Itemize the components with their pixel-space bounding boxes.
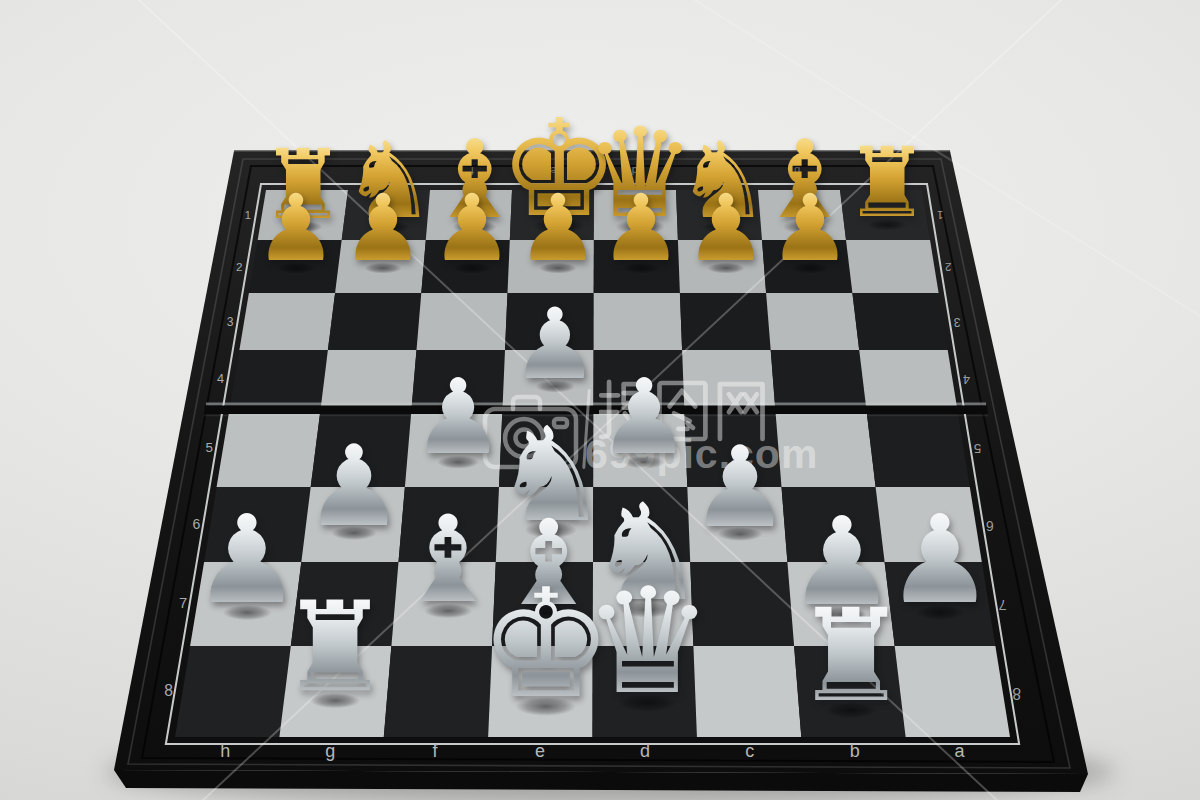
rook-glyph: ♜ (794, 595, 909, 717)
pawn-glyph: ♟ (304, 433, 404, 539)
piece-c2-gold-pawn: ♟ (685, 185, 767, 272)
piece-g2-gold-pawn: ♟ (342, 185, 424, 272)
piece-f5-silver-pawn: ♟ (411, 368, 504, 467)
pawn-glyph: ♟ (431, 185, 513, 272)
piece-d5-silver-pawn: ♟ (597, 368, 690, 467)
pawn-glyph: ♟ (511, 298, 599, 391)
piece-b8-silver-rook: ♜ (794, 595, 909, 717)
pawn-glyph: ♟ (600, 185, 682, 272)
king-glyph: ♚ (479, 573, 613, 716)
piece-e2-gold-pawn: ♟ (517, 185, 599, 272)
pawn-glyph: ♟ (685, 185, 767, 272)
pawn-glyph: ♟ (769, 185, 851, 272)
piece-g8-silver-rook: ♜ (279, 589, 390, 707)
stock-photo-chess-scene: { "game": "chess", "description": "Overh… (0, 0, 1200, 800)
rook-glyph: ♜ (279, 589, 390, 707)
piece-a1-gold-rook: ♜ (844, 138, 930, 229)
pawn-glyph: ♟ (342, 185, 424, 272)
pieces-layer: ♜♞♝♚♛♞♝♜♟♟♟♟♟♟♟♟♟♟♟♟♞♟♟♟♞♝♝♜♜♛♚ (0, 0, 1200, 800)
piece-f2-gold-pawn: ♟ (431, 185, 513, 272)
piece-g6-silver-pawn: ♟ (304, 433, 404, 539)
rook-glyph: ♜ (844, 138, 930, 229)
piece-e4-silver-pawn: ♟ (511, 298, 599, 391)
piece-b2-gold-pawn: ♟ (769, 185, 851, 272)
piece-h2-gold-pawn: ♟ (255, 185, 337, 272)
pawn-glyph: ♟ (517, 185, 599, 272)
piece-e8-silver-king: ♚ (479, 573, 613, 716)
piece-d2-gold-pawn: ♟ (600, 185, 682, 272)
pawn-glyph: ♟ (597, 368, 690, 467)
pawn-glyph: ♟ (255, 185, 337, 272)
pawn-glyph: ♟ (411, 368, 504, 467)
